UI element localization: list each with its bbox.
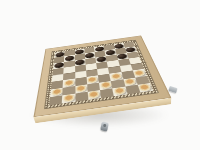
square-g2[interactable] <box>123 77 138 86</box>
light-checker-b3[interactable] <box>64 79 75 87</box>
checkers-board <box>33 36 171 118</box>
light-checker-f3[interactable] <box>110 73 122 80</box>
square-d3[interactable] <box>86 75 99 84</box>
light-checker-e2[interactable] <box>100 81 112 89</box>
metal-clasp-icon <box>100 121 109 131</box>
square-f1[interactable] <box>112 86 127 96</box>
square-b2[interactable] <box>62 86 74 95</box>
square-e2[interactable] <box>99 81 113 90</box>
square-d2[interactable] <box>87 82 100 91</box>
square-c3[interactable] <box>75 77 87 86</box>
square-a1[interactable] <box>49 95 62 105</box>
square-h3[interactable] <box>133 69 147 77</box>
product-photo-scene <box>0 0 200 150</box>
square-d1[interactable] <box>87 90 101 100</box>
light-checker-c2[interactable] <box>76 85 87 93</box>
light-checker-h1[interactable] <box>138 83 152 92</box>
light-checker-g2[interactable] <box>124 78 137 86</box>
square-h2[interactable] <box>135 76 150 85</box>
square-e3[interactable] <box>98 74 111 83</box>
light-checker-b1[interactable] <box>63 94 74 103</box>
square-f2[interactable] <box>111 79 125 88</box>
square-a2[interactable] <box>50 87 63 96</box>
light-checker-f1[interactable] <box>113 87 126 96</box>
light-checker-a2[interactable] <box>51 88 62 96</box>
square-g1[interactable] <box>125 85 140 95</box>
metal-hinge-icon <box>168 86 177 93</box>
square-b1[interactable] <box>62 93 75 103</box>
light-checker-h3[interactable] <box>133 69 146 76</box>
square-a3[interactable] <box>51 80 63 89</box>
square-b3[interactable] <box>63 79 75 88</box>
light-checker-d1[interactable] <box>88 91 100 100</box>
square-c1[interactable] <box>75 92 88 102</box>
square-f3[interactable] <box>109 72 122 81</box>
light-checker-d3[interactable] <box>87 76 98 84</box>
square-e1[interactable] <box>100 88 114 98</box>
square-c2[interactable] <box>75 84 88 93</box>
square-h1[interactable] <box>137 83 153 93</box>
board-rotation-wrap <box>33 5 162 134</box>
square-g3[interactable] <box>121 71 135 79</box>
